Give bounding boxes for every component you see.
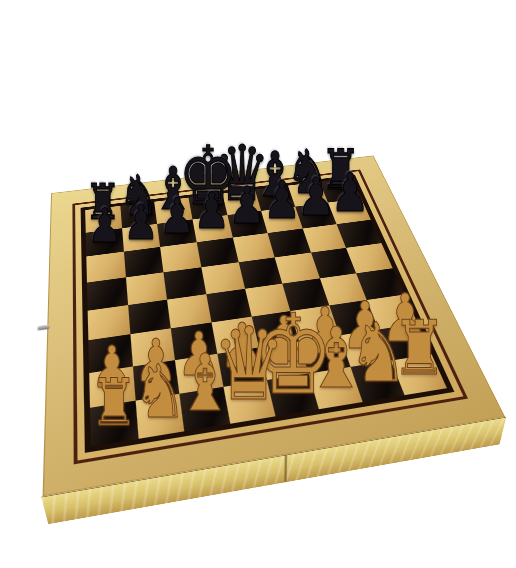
fold-seam <box>284 455 287 483</box>
square-b1 <box>135 394 184 439</box>
squares-grid <box>81 175 455 453</box>
square-c1 <box>180 387 230 431</box>
product-photo: ♜♞♝♚♛♝♞♜♟♟♟♟♟♟♟♟♟♟♟♟♟♟♟♟♜♞♝♛♚♝♞♜ <box>0 0 516 568</box>
playing-field-border <box>72 169 468 464</box>
chess-board <box>43 156 506 497</box>
square-a1 <box>90 401 138 447</box>
scene <box>0 0 516 568</box>
